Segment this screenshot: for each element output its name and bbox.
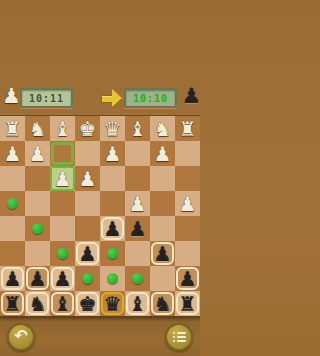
square-b7[interactable] xyxy=(150,266,175,291)
black-pawn: ♟ xyxy=(75,241,100,266)
square-f6[interactable] xyxy=(50,241,75,266)
undo-button[interactable]: ↶ xyxy=(7,323,35,351)
menu-button[interactable] xyxy=(165,323,193,351)
white-clock: 10:11 xyxy=(20,88,73,108)
square-c6[interactable] xyxy=(125,241,150,266)
square-e2[interactable] xyxy=(75,141,100,166)
square-f8[interactable]: ♝ xyxy=(50,291,75,316)
black-bishop: ♝ xyxy=(125,291,150,316)
square-b8[interactable]: ♞ xyxy=(150,291,175,316)
square-d3[interactable] xyxy=(100,166,125,191)
square-d1[interactable]: ♛ xyxy=(100,116,125,141)
square-b6[interactable]: ♟ xyxy=(150,241,175,266)
square-e7[interactable] xyxy=(75,266,100,291)
black-clock: 10:10 xyxy=(124,88,177,108)
black-pawn: ♟ xyxy=(0,266,25,291)
legal-move-dot[interactable] xyxy=(7,198,18,209)
square-f3[interactable]: ♟ xyxy=(50,166,75,191)
black-queen: ♛ xyxy=(100,291,125,316)
black-rook: ♜ xyxy=(0,291,25,316)
white-pawn: ♟ xyxy=(0,141,25,166)
square-d5[interactable]: ♟ xyxy=(100,216,125,241)
square-a8[interactable]: ♜ xyxy=(175,291,200,316)
square-h7[interactable]: ♟ xyxy=(0,266,25,291)
turn-arrow-shaft xyxy=(101,95,112,103)
white-bishop: ♝ xyxy=(50,116,75,141)
white-player-pawn-icon: ♟ xyxy=(2,84,18,108)
legal-move-dot[interactable] xyxy=(107,248,118,259)
legal-move-dot[interactable] xyxy=(82,273,93,284)
square-g8[interactable]: ♞ xyxy=(25,291,50,316)
undo-arrow-icon: ↶ xyxy=(14,328,27,344)
square-c1[interactable]: ♝ xyxy=(125,116,150,141)
square-a6[interactable] xyxy=(175,241,200,266)
square-c5[interactable]: ♟ xyxy=(125,216,150,241)
square-g3[interactable] xyxy=(25,166,50,191)
bottom-toolbar: ↶ xyxy=(0,318,200,356)
square-e4[interactable] xyxy=(75,191,100,216)
square-g6[interactable] xyxy=(25,241,50,266)
turn-arrow-head xyxy=(112,89,122,107)
square-a3[interactable] xyxy=(175,166,200,191)
black-knight: ♞ xyxy=(25,291,50,316)
legal-move-dot[interactable] xyxy=(132,273,143,284)
square-c8[interactable]: ♝ xyxy=(125,291,150,316)
square-g7[interactable]: ♟ xyxy=(25,266,50,291)
square-a5[interactable] xyxy=(175,216,200,241)
square-d6[interactable] xyxy=(100,241,125,266)
square-b1[interactable]: ♞ xyxy=(150,116,175,141)
white-queen: ♛ xyxy=(100,116,125,141)
square-e5[interactable] xyxy=(75,216,100,241)
black-rook: ♜ xyxy=(175,291,200,316)
square-f4[interactable] xyxy=(50,191,75,216)
square-e1[interactable]: ♚ xyxy=(75,116,100,141)
white-pawn: ♟ xyxy=(175,191,200,216)
legal-move-dot[interactable] xyxy=(107,273,118,284)
square-e3[interactable]: ♟ xyxy=(75,166,100,191)
square-h3[interactable] xyxy=(0,166,25,191)
white-rook: ♜ xyxy=(0,116,25,141)
square-h5[interactable] xyxy=(0,216,25,241)
black-king: ♚ xyxy=(75,291,100,316)
square-e6[interactable]: ♟ xyxy=(75,241,100,266)
black-pawn: ♟ xyxy=(25,266,50,291)
white-rook: ♜ xyxy=(175,116,200,141)
square-g2[interactable]: ♟ xyxy=(25,141,50,166)
square-h8[interactable]: ♜ xyxy=(0,291,25,316)
square-f2[interactable] xyxy=(50,141,75,166)
square-g1[interactable]: ♞ xyxy=(25,116,50,141)
square-f7[interactable]: ♟ xyxy=(50,266,75,291)
white-pawn: ♟ xyxy=(100,141,125,166)
square-c7[interactable] xyxy=(125,266,150,291)
white-pawn: ♟ xyxy=(50,166,75,191)
square-d8[interactable]: ♛ xyxy=(100,291,125,316)
square-h1[interactable]: ♜ xyxy=(0,116,25,141)
legal-move-dot[interactable] xyxy=(32,223,43,234)
square-b3[interactable] xyxy=(150,166,175,191)
black-clock-time: 10:10 xyxy=(133,93,168,104)
square-h6[interactable] xyxy=(0,241,25,266)
square-c4[interactable]: ♟ xyxy=(125,191,150,216)
white-king: ♚ xyxy=(75,116,100,141)
square-f5[interactable] xyxy=(50,216,75,241)
black-pawn: ♟ xyxy=(175,266,200,291)
square-a4[interactable]: ♟ xyxy=(175,191,200,216)
square-f1[interactable]: ♝ xyxy=(50,116,75,141)
square-g4[interactable] xyxy=(25,191,50,216)
white-knight: ♞ xyxy=(25,116,50,141)
square-h4[interactable] xyxy=(0,191,25,216)
white-clock-time: 10:11 xyxy=(29,93,64,104)
black-pawn: ♟ xyxy=(100,216,125,241)
legal-move-dot[interactable] xyxy=(57,248,68,259)
square-d7[interactable] xyxy=(100,266,125,291)
white-pawn: ♟ xyxy=(125,191,150,216)
square-b5[interactable] xyxy=(150,216,175,241)
square-c2[interactable] xyxy=(125,141,150,166)
square-d2[interactable]: ♟ xyxy=(100,141,125,166)
square-d4[interactable] xyxy=(100,191,125,216)
square-e8[interactable]: ♚ xyxy=(75,291,100,316)
last-move-from-highlight xyxy=(51,142,74,165)
turn-arrow-icon xyxy=(101,89,122,107)
black-pawn: ♟ xyxy=(150,241,175,266)
square-a2[interactable] xyxy=(175,141,200,166)
square-b2[interactable]: ♟ xyxy=(150,141,175,166)
white-knight: ♞ xyxy=(150,116,175,141)
black-pawn: ♟ xyxy=(125,216,150,241)
square-g5[interactable] xyxy=(25,216,50,241)
square-h2[interactable]: ♟ xyxy=(0,141,25,166)
black-knight: ♞ xyxy=(150,291,175,316)
black-bishop: ♝ xyxy=(50,291,75,316)
square-a1[interactable]: ♜ xyxy=(175,116,200,141)
white-pawn: ♟ xyxy=(25,141,50,166)
black-pawn: ♟ xyxy=(50,266,75,291)
white-bishop: ♝ xyxy=(125,116,150,141)
white-pawn: ♟ xyxy=(75,166,100,191)
black-player-pawn-icon: ♟ xyxy=(182,84,198,108)
square-b4[interactable] xyxy=(150,191,175,216)
square-c3[interactable] xyxy=(125,166,150,191)
chess-board: ♜♞♝♚♛♝♞♜♟♟♟♟♟♟♟♟♟♟♟♟♟♟♟♟♜♞♝♚♛♝♞♜ xyxy=(0,115,200,318)
square-a7[interactable]: ♟ xyxy=(175,266,200,291)
menu-list-icon xyxy=(173,332,186,342)
white-pawn: ♟ xyxy=(150,141,175,166)
